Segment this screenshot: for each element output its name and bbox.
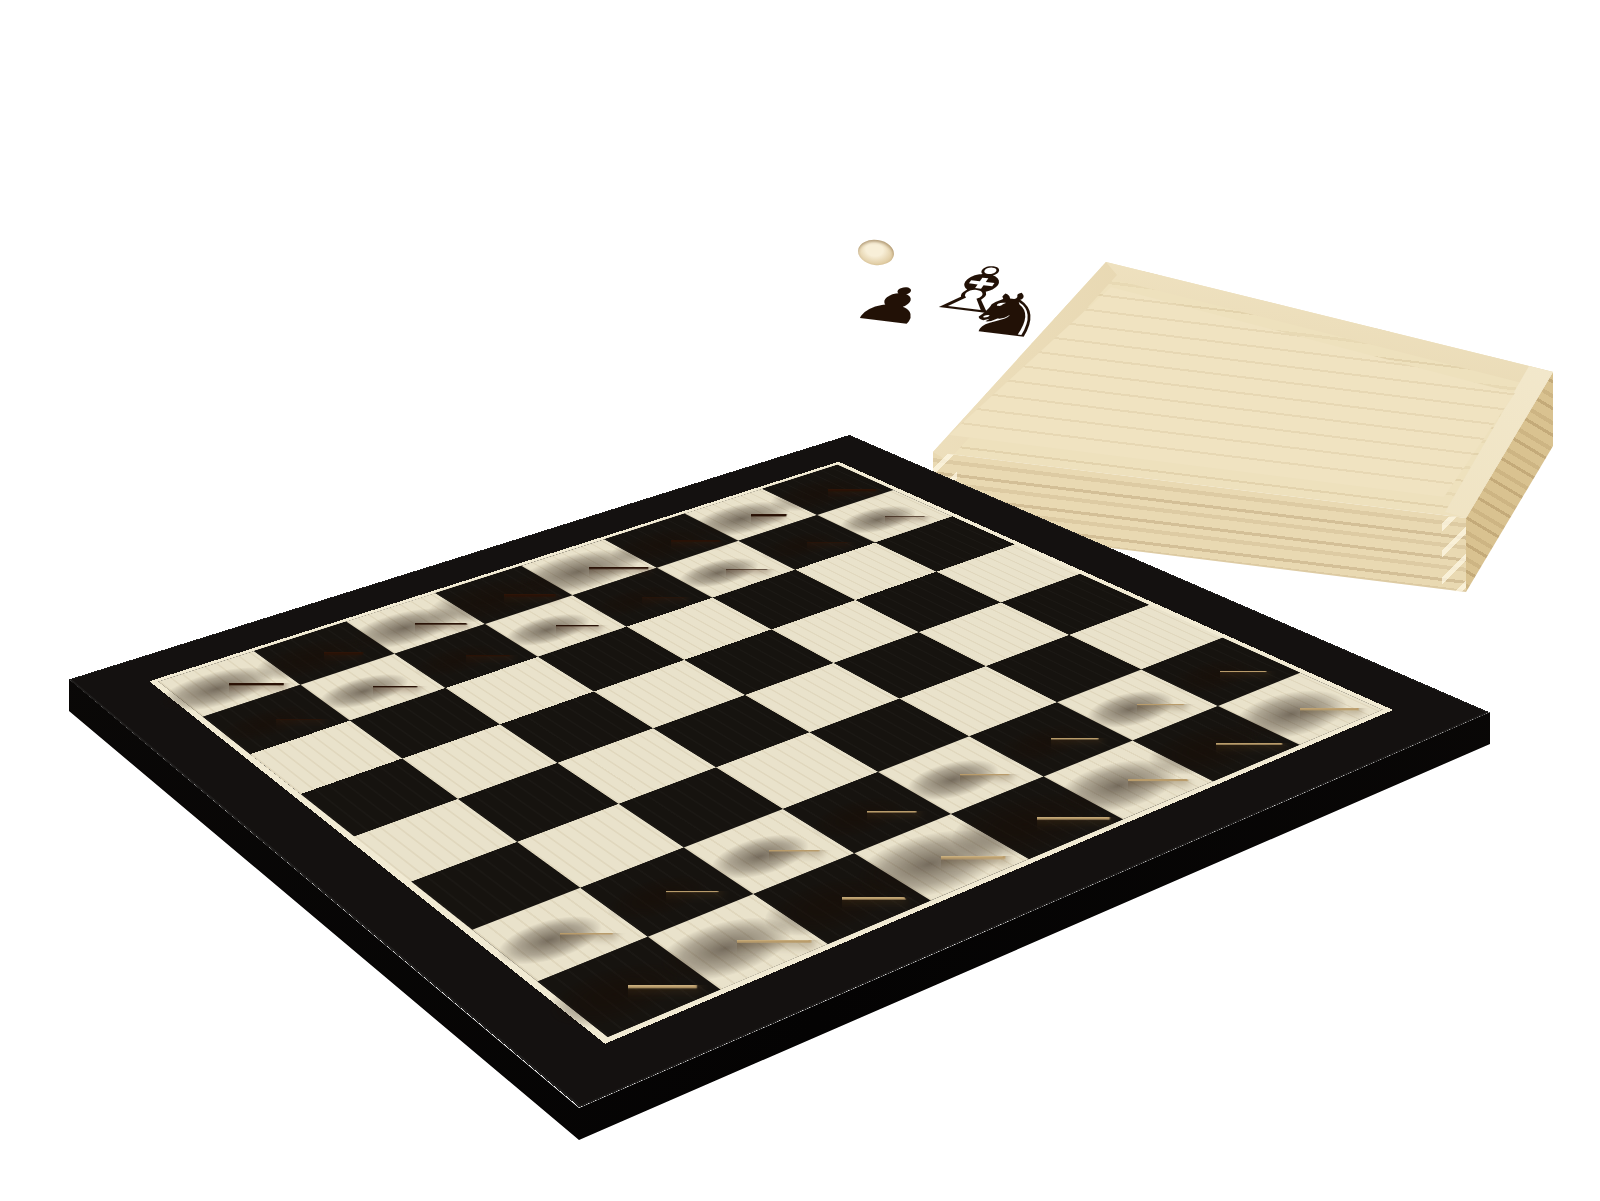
square-a6 [250, 721, 402, 795]
chess-board: ♜♞♝♛♚♝♞♜♟♟♟♟♟♟♟♟♟♟♟♟♟♟♟♟♜♞♝♛♚♝♞♜ [69, 435, 1489, 1107]
play-area: ♜♞♝♛♚♝♞♜♟♟♟♟♟♟♟♟♟♟♟♟♟♟♟♟♜♞♝♛♚♝♞♜ [158, 465, 1382, 1037]
square-a7: ♟ [203, 685, 350, 755]
board-perspective-wrap: ♜♞♝♛♚♝♞♜♟♟♟♟♟♟♟♟♟♟♟♟♟♟♟♟♜♞♝♛♚♝♞♜ [201, 151, 1290, 1201]
piece-glyph: ♟ [208, 592, 343, 743]
chess-set-photo: ♗ ♟ ♞ ♜♞♝♛♚♝♞♜♟♟♟♟♟♟♟♟♟♟♟♟♟♟♟♟♜♞♝♛♚♝♞♜ [0, 0, 1600, 1201]
square-a1: ♜ [538, 937, 721, 1037]
